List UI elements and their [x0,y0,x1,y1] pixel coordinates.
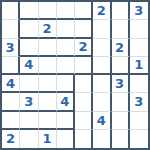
cell-r6c7[interactable] [130,112,148,130]
cell-r2c4[interactable]: 2 [75,39,93,57]
cell-r4c0[interactable]: 4 [2,75,20,93]
cell-r3c6[interactable] [112,57,130,75]
cell-r6c3[interactable] [57,112,75,130]
given-digit: 4 [24,58,33,71]
cell-r4c4[interactable] [75,75,93,93]
cell-r2c1[interactable] [20,39,38,57]
cell-r1c3[interactable] [57,20,75,38]
cell-r4c2[interactable] [39,75,57,93]
cell-r0c3[interactable] [57,2,75,20]
given-digit: 3 [134,4,143,17]
cell-r0c5[interactable]: 2 [93,2,111,20]
cell-r5c7[interactable]: 3 [130,93,148,111]
cell-r3c2[interactable] [39,57,57,75]
cell-r3c3[interactable] [57,57,75,75]
cell-r2c6[interactable]: 2 [112,39,130,57]
cell-r5c4[interactable] [75,93,93,111]
cell-r1c5[interactable] [93,20,111,38]
given-digit: 4 [6,77,15,90]
cell-r5c6[interactable] [112,93,130,111]
cell-r7c5[interactable] [93,130,111,148]
puzzle-board: 2323224143343421 [0,0,150,150]
cell-r5c5[interactable] [93,93,111,111]
cell-r5c3[interactable]: 4 [57,93,75,111]
given-digit: 2 [115,41,124,54]
cell-r0c4[interactable] [75,2,93,20]
cell-r7c2[interactable]: 1 [39,130,57,148]
cell-r0c1[interactable] [20,2,38,20]
cell-r5c0[interactable] [2,93,20,111]
cell-r3c1[interactable]: 4 [20,57,38,75]
cell-r6c2[interactable] [39,112,57,130]
cell-r2c0[interactable]: 3 [2,39,20,57]
cell-r5c2[interactable] [39,93,57,111]
cell-r6c6[interactable] [112,112,130,130]
cell-r3c5[interactable] [93,57,111,75]
cell-r7c7[interactable] [130,130,148,148]
cell-r4c5[interactable] [93,75,111,93]
given-digit: 1 [43,132,52,145]
cell-r5c1[interactable]: 3 [20,93,38,111]
cell-r7c0[interactable]: 2 [2,130,20,148]
cell-r0c2[interactable] [39,2,57,20]
given-digit: 3 [24,95,33,108]
cell-r4c3[interactable] [57,75,75,93]
cell-r3c7[interactable]: 1 [130,57,148,75]
cell-r6c5[interactable]: 4 [93,112,111,130]
cell-r3c4[interactable] [75,57,93,75]
cell-r4c7[interactable] [130,75,148,93]
cell-r1c0[interactable] [2,20,20,38]
given-digit: 2 [79,40,88,53]
cell-r6c0[interactable] [2,112,20,130]
cell-r7c1[interactable] [20,130,38,148]
cell-r2c7[interactable] [130,39,148,57]
cell-r2c3[interactable] [57,39,75,57]
cell-r4c1[interactable] [20,75,38,93]
cell-r2c2[interactable] [39,39,57,57]
cell-r1c1[interactable] [20,20,38,38]
given-digit: 2 [43,22,52,35]
cell-r0c0[interactable] [2,2,20,20]
cell-r0c7[interactable]: 3 [130,2,148,20]
given-digit: 2 [97,4,106,17]
cell-r6c1[interactable] [20,112,38,130]
cell-r4c6[interactable]: 3 [112,75,130,93]
cell-r2c5[interactable] [93,39,111,57]
given-digit: 3 [115,77,124,90]
cell-r3c0[interactable] [2,57,20,75]
cell-r1c2[interactable]: 2 [39,20,57,38]
cell-r0c6[interactable] [112,2,130,20]
given-digit: 3 [6,41,15,54]
cell-r1c7[interactable] [130,20,148,38]
cell-r1c6[interactable] [112,20,130,38]
cell-r7c4[interactable] [75,130,93,148]
given-digit: 1 [134,58,143,71]
cell-r7c6[interactable] [112,130,130,148]
given-digit: 2 [6,132,15,145]
cell-r7c3[interactable] [57,130,75,148]
given-digit: 4 [97,114,106,127]
given-digit: 4 [60,95,69,108]
puzzle-screenshot: 2323224143343421 [0,0,150,150]
given-digit: 3 [134,95,143,108]
cell-r6c4[interactable] [75,112,93,130]
cell-r1c4[interactable] [75,20,93,38]
